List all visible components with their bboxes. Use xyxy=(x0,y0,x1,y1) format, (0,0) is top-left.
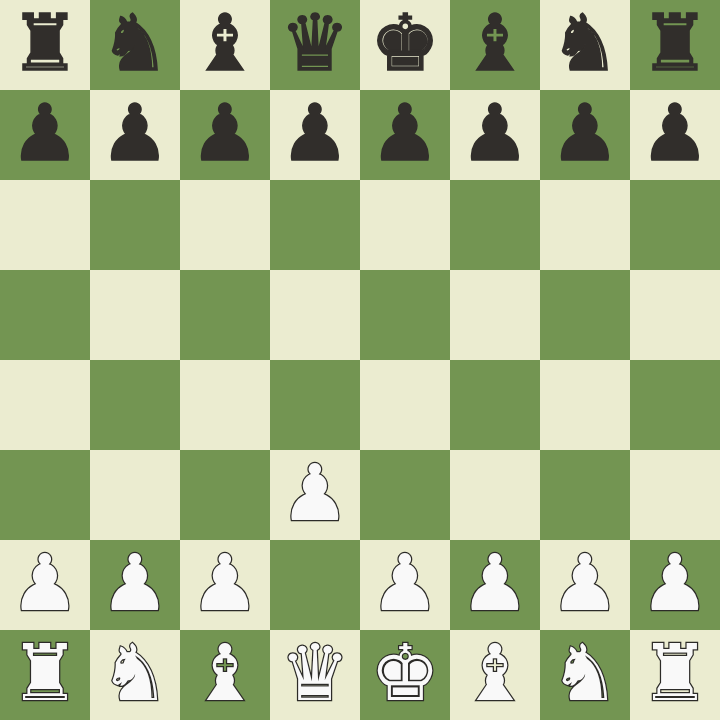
square-c8[interactable]: ♝ xyxy=(180,0,270,90)
white-pawn-h2[interactable]: ♟ xyxy=(640,538,710,628)
black-pawn-f7[interactable]: ♟ xyxy=(460,88,530,178)
square-a2[interactable]: ♟ xyxy=(0,540,90,630)
square-f6[interactable] xyxy=(450,180,540,270)
square-g1[interactable]: ♞ xyxy=(540,630,630,720)
white-pawn-b2[interactable]: ♟ xyxy=(100,538,170,628)
square-g4[interactable] xyxy=(540,360,630,450)
square-h3[interactable] xyxy=(630,450,720,540)
square-g8[interactable]: ♞ xyxy=(540,0,630,90)
square-g2[interactable]: ♟ xyxy=(540,540,630,630)
black-knight-b8[interactable]: ♞ xyxy=(100,0,170,88)
square-c1[interactable]: ♝ xyxy=(180,630,270,720)
white-rook-a1[interactable]: ♜ xyxy=(10,628,80,718)
square-h6[interactable] xyxy=(630,180,720,270)
square-b2[interactable]: ♟ xyxy=(90,540,180,630)
square-f5[interactable] xyxy=(450,270,540,360)
square-a5[interactable] xyxy=(0,270,90,360)
black-knight-g8[interactable]: ♞ xyxy=(550,0,620,88)
square-h5[interactable] xyxy=(630,270,720,360)
white-queen-d1[interactable]: ♛ xyxy=(280,628,350,718)
square-g6[interactable] xyxy=(540,180,630,270)
white-knight-b1[interactable]: ♞ xyxy=(100,628,170,718)
square-d3[interactable]: ♟ xyxy=(270,450,360,540)
black-pawn-d7[interactable]: ♟ xyxy=(280,88,350,178)
white-pawn-e2[interactable]: ♟ xyxy=(370,538,440,628)
white-king-e1[interactable]: ♚ xyxy=(370,628,440,718)
square-h1[interactable]: ♜ xyxy=(630,630,720,720)
square-e3[interactable] xyxy=(360,450,450,540)
square-h2[interactable]: ♟ xyxy=(630,540,720,630)
square-b4[interactable] xyxy=(90,360,180,450)
white-pawn-d3[interactable]: ♟ xyxy=(280,448,350,538)
square-e5[interactable] xyxy=(360,270,450,360)
square-c7[interactable]: ♟ xyxy=(180,90,270,180)
black-rook-h8[interactable]: ♜ xyxy=(640,0,710,88)
square-e7[interactable]: ♟ xyxy=(360,90,450,180)
square-b7[interactable]: ♟ xyxy=(90,90,180,180)
white-bishop-f1[interactable]: ♝ xyxy=(460,628,530,718)
square-b1[interactable]: ♞ xyxy=(90,630,180,720)
white-pawn-a2[interactable]: ♟ xyxy=(10,538,80,628)
square-d5[interactable] xyxy=(270,270,360,360)
square-b6[interactable] xyxy=(90,180,180,270)
square-g7[interactable]: ♟ xyxy=(540,90,630,180)
square-f1[interactable]: ♝ xyxy=(450,630,540,720)
square-e2[interactable]: ♟ xyxy=(360,540,450,630)
square-e1[interactable]: ♚ xyxy=(360,630,450,720)
square-f7[interactable]: ♟ xyxy=(450,90,540,180)
white-rook-h1[interactable]: ♜ xyxy=(640,628,710,718)
square-c2[interactable]: ♟ xyxy=(180,540,270,630)
square-c5[interactable] xyxy=(180,270,270,360)
square-b3[interactable] xyxy=(90,450,180,540)
square-d4[interactable] xyxy=(270,360,360,450)
black-pawn-a7[interactable]: ♟ xyxy=(10,88,80,178)
white-pawn-f2[interactable]: ♟ xyxy=(460,538,530,628)
black-pawn-b7[interactable]: ♟ xyxy=(100,88,170,178)
square-c3[interactable] xyxy=(180,450,270,540)
square-d2[interactable] xyxy=(270,540,360,630)
black-queen-d8[interactable]: ♛ xyxy=(280,0,350,88)
square-h7[interactable]: ♟ xyxy=(630,90,720,180)
black-pawn-c7[interactable]: ♟ xyxy=(190,88,260,178)
square-d8[interactable]: ♛ xyxy=(270,0,360,90)
square-e6[interactable] xyxy=(360,180,450,270)
black-king-e8[interactable]: ♚ xyxy=(370,0,440,88)
black-rook-a8[interactable]: ♜ xyxy=(10,0,80,88)
black-pawn-g7[interactable]: ♟ xyxy=(550,88,620,178)
square-f3[interactable] xyxy=(450,450,540,540)
white-knight-g1[interactable]: ♞ xyxy=(550,628,620,718)
square-d7[interactable]: ♟ xyxy=(270,90,360,180)
white-bishop-c1[interactable]: ♝ xyxy=(190,628,260,718)
black-pawn-h7[interactable]: ♟ xyxy=(640,88,710,178)
black-bishop-f8[interactable]: ♝ xyxy=(460,0,530,88)
square-h4[interactable] xyxy=(630,360,720,450)
square-g5[interactable] xyxy=(540,270,630,360)
black-bishop-c8[interactable]: ♝ xyxy=(190,0,260,88)
chess-board: ♜♞♝♛♚♝♞♜♟♟♟♟♟♟♟♟♟♟♟♟♟♟♟♟♜♞♝♛♚♝♞♜ xyxy=(0,0,720,720)
square-f8[interactable]: ♝ xyxy=(450,0,540,90)
square-f4[interactable] xyxy=(450,360,540,450)
black-pawn-e7[interactable]: ♟ xyxy=(370,88,440,178)
square-a3[interactable] xyxy=(0,450,90,540)
square-d1[interactable]: ♛ xyxy=(270,630,360,720)
square-h8[interactable]: ♜ xyxy=(630,0,720,90)
square-d6[interactable] xyxy=(270,180,360,270)
white-pawn-g2[interactable]: ♟ xyxy=(550,538,620,628)
square-a7[interactable]: ♟ xyxy=(0,90,90,180)
square-a4[interactable] xyxy=(0,360,90,450)
square-a6[interactable] xyxy=(0,180,90,270)
square-b8[interactable]: ♞ xyxy=(90,0,180,90)
square-a8[interactable]: ♜ xyxy=(0,0,90,90)
square-e8[interactable]: ♚ xyxy=(360,0,450,90)
square-c4[interactable] xyxy=(180,360,270,450)
square-b5[interactable] xyxy=(90,270,180,360)
white-pawn-c2[interactable]: ♟ xyxy=(190,538,260,628)
square-g3[interactable] xyxy=(540,450,630,540)
square-c6[interactable] xyxy=(180,180,270,270)
square-a1[interactable]: ♜ xyxy=(0,630,90,720)
square-e4[interactable] xyxy=(360,360,450,450)
square-f2[interactable]: ♟ xyxy=(450,540,540,630)
